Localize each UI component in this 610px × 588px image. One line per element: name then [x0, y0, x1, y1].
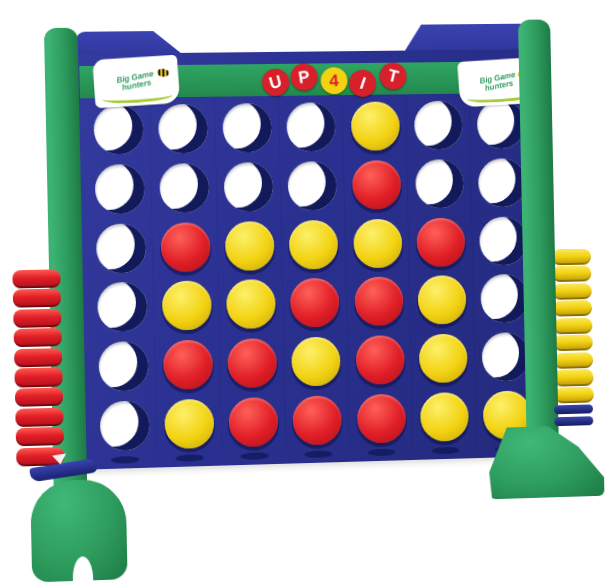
tray-disc-yellow: [553, 300, 592, 317]
disc-red: [354, 277, 403, 327]
cell-r1c1: [85, 100, 151, 160]
hole-empty: [287, 103, 337, 153]
tray-disc-red: [15, 388, 63, 408]
disc-yellow: [419, 333, 468, 383]
disc-red: [227, 338, 277, 388]
cell-r1c5: [343, 96, 408, 155]
release-slot: [176, 454, 204, 462]
left-foot: [30, 478, 128, 582]
product-photo: Big Game hunters UP4IT Big Game hunters: [0, 0, 610, 588]
hole-empty: [98, 341, 149, 392]
disc-red: [163, 339, 213, 389]
cell-r3c3: [217, 215, 282, 275]
bee-icon: [156, 67, 170, 78]
cell-r5c5: [348, 329, 413, 389]
cell-r2c2: [151, 158, 217, 218]
cell-r6c1: [91, 394, 157, 455]
tray-disc-yellow: [555, 387, 594, 404]
title-banner: Big Game hunters UP4IT Big Game hunters: [79, 61, 537, 98]
tray-disc-yellow: [554, 369, 593, 386]
right-tray-holder: [554, 404, 593, 431]
title-letter-U: U: [259, 66, 292, 99]
brand-logo-left: Big Game hunters: [92, 55, 180, 109]
title-letter-P: P: [289, 62, 319, 92]
cell-r2c1: [86, 159, 152, 219]
disc-red: [357, 393, 406, 443]
cell-r3c6: [409, 212, 473, 271]
hole-empty: [93, 105, 144, 155]
cell-r6c4: [285, 389, 350, 449]
disc-red: [290, 278, 340, 328]
title-letters: UP4IT: [260, 63, 406, 92]
hole-empty: [95, 223, 146, 273]
connect4-assembly: Big Game hunters UP4IT Big Game hunters: [0, 0, 610, 588]
title-letter-T: T: [377, 60, 409, 93]
hole-empty: [97, 282, 148, 332]
cell-r4c3: [218, 274, 283, 334]
hole-empty: [414, 101, 463, 150]
tray-disc-red: [16, 427, 64, 447]
tray-disc-red: [14, 348, 62, 367]
board: Big Game hunters UP4IT Big Game hunters: [76, 49, 547, 469]
cell-r4c4: [283, 273, 348, 333]
tray-disc-yellow: [553, 317, 592, 334]
hole-empty: [159, 163, 209, 213]
cell-r5c2: [155, 334, 221, 394]
disc-red: [355, 335, 404, 385]
cell-r4c5: [346, 271, 411, 331]
disc-yellow: [420, 392, 469, 442]
tray-disc-red: [14, 368, 62, 387]
hole-empty: [223, 103, 273, 153]
cell-r3c4: [281, 214, 346, 274]
cell-r2c5: [344, 155, 409, 214]
hole-empty: [288, 161, 338, 211]
cell-r3c1: [88, 217, 154, 277]
disc-yellow: [351, 102, 400, 151]
cell-r2c3: [216, 157, 281, 217]
red-disc-tray: [12, 267, 64, 466]
hole-empty: [482, 332, 531, 382]
cell-r5c6: [411, 328, 475, 388]
tray-disc-red: [12, 269, 60, 288]
release-slot: [240, 452, 268, 460]
disc-yellow: [162, 281, 212, 331]
cell-r6c5: [349, 388, 414, 448]
tray-disc-yellow: [554, 335, 593, 352]
cell-r4c2: [154, 275, 220, 335]
cell-r6c6: [412, 386, 476, 446]
disc-red: [293, 395, 343, 445]
hole-empty: [481, 274, 530, 324]
tray-disc-red: [15, 407, 63, 427]
release-slot: [368, 448, 396, 456]
disc-yellow: [353, 218, 402, 268]
cell-r4c6: [410, 270, 474, 330]
tray-disc-yellow: [554, 352, 593, 369]
disc-yellow: [226, 279, 276, 329]
tray-disc-yellow: [552, 248, 591, 265]
hole-empty: [477, 100, 526, 149]
cell-r1c3: [215, 98, 280, 158]
disc-red: [229, 397, 279, 447]
cell-r1c4: [279, 97, 344, 156]
cell-r5c1: [90, 335, 156, 396]
release-slot: [304, 450, 332, 458]
disc-red: [416, 217, 465, 267]
release-slot: [111, 455, 139, 463]
cell-r2c6: [408, 154, 472, 213]
disc-yellow: [418, 275, 467, 325]
tray-disc-red: [14, 328, 62, 347]
disc-yellow: [225, 221, 275, 271]
connect4-grid: [85, 95, 539, 456]
hole-empty: [478, 158, 527, 207]
hole-empty: [94, 164, 145, 214]
tray-disc-yellow: [553, 283, 592, 300]
brand-text: Big Game hunters: [479, 71, 518, 93]
cell-r1c6: [406, 96, 470, 155]
disc-red: [352, 160, 401, 210]
release-slot: [431, 446, 459, 454]
tray-disc-red: [13, 289, 61, 308]
cell-r6c3: [221, 391, 286, 451]
hole-empty: [479, 216, 528, 265]
disc-yellow: [289, 219, 339, 269]
cell-r5c3: [220, 332, 285, 392]
tray-disc-red: [13, 308, 61, 327]
tray-disc-yellow: [552, 266, 591, 283]
hole-empty: [224, 162, 274, 212]
disc-red: [160, 222, 210, 272]
title-letter-I: I: [348, 68, 378, 99]
yellow-disc-tray: [552, 247, 594, 404]
hole-empty: [415, 159, 464, 208]
holder-ring: [554, 416, 593, 426]
cell-r4c1: [89, 276, 155, 336]
cell-r6c2: [156, 393, 222, 454]
hole-empty: [99, 400, 150, 451]
cell-r2c4: [280, 156, 345, 216]
hole-empty: [158, 104, 208, 154]
cell-r3c2: [153, 216, 219, 276]
brand-text: Big Game hunters: [116, 70, 156, 93]
title-letter-4: 4: [320, 67, 348, 95]
cell-r3c5: [345, 213, 410, 273]
holder-ring: [554, 404, 593, 414]
cell-r1c2: [150, 99, 216, 159]
disc-yellow: [292, 336, 342, 386]
disc-yellow: [164, 398, 214, 449]
right-foot: [488, 425, 604, 499]
cell-r5c4: [284, 331, 349, 391]
